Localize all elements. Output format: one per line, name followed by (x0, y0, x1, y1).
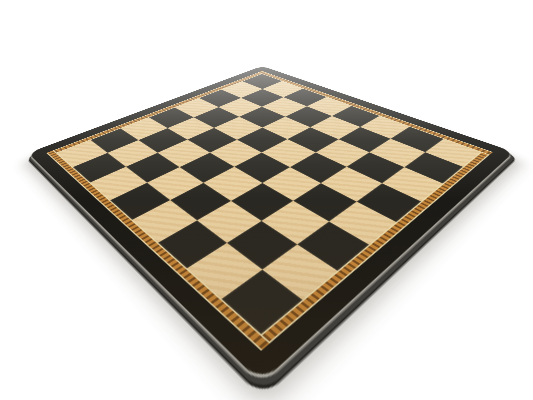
chess-board (28, 66, 514, 383)
photo-background (0, 0, 533, 400)
